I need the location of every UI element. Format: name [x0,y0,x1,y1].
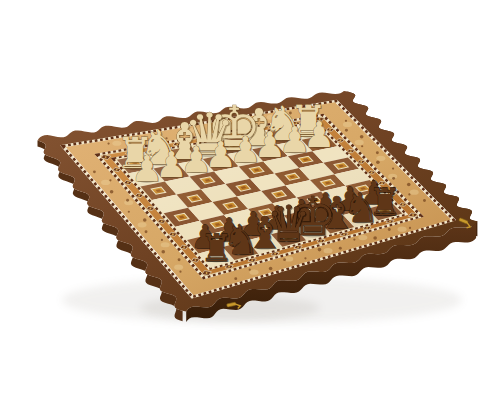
floral-inlay-mark [269,267,273,271]
floral-inlay-mark [388,228,391,231]
floral-inlay-mark [339,247,342,250]
svg-text:♜: ♜ [200,226,233,270]
floral-inlay-mark [93,170,96,173]
floral-inlay-mark [423,199,426,202]
burl-figure [161,242,170,247]
floral-inlay-mark [373,236,377,240]
diamond-motif-center [161,220,163,222]
floral-inlay-mark [392,168,394,170]
burl-figure [324,248,333,253]
floral-inlay-mark [161,250,165,254]
diamond-motif-center [412,214,414,216]
burl-figure [138,222,147,227]
burl-figure [398,227,407,232]
floral-inlay-mark [304,257,306,259]
floral-inlay-mark [126,199,129,202]
burl-figure [174,265,183,270]
diamond-motif-center [360,161,362,163]
burl-figure [358,235,367,240]
diamond-motif-center [183,246,185,248]
diamond-motif-center [350,150,352,152]
floral-inlay-mark [360,135,364,139]
floral-inlay-mark [143,218,147,222]
floral-inlay-mark [110,190,114,194]
burl-figure [376,156,385,161]
floral-inlay-mark [361,145,363,147]
diamond-motif-center [105,156,107,158]
diamond-motif-center [127,182,129,184]
diamond-motif-center [138,195,140,197]
floral-inlay-mark [128,211,130,213]
diamond-motif-center [150,208,152,210]
burl-figure [355,140,364,145]
floral-inlay-mark [179,271,181,273]
floral-inlay-mark [376,151,379,154]
piece-white-pawn-a2: ♟♟ [131,148,164,190]
floral-inlay-mark [178,258,181,261]
chess-set-photo: ♜♜♞♞♝♝♟♟♚♚♟♟♛♛♟♟♝♝♟♟♞♞♟♟♜♜♟♟♟♟♟♟♟♟♟♟♜♜♟♟… [0,0,500,400]
diamond-motif-center [340,139,342,141]
floral-inlay-mark [409,227,411,229]
floral-inlay-mark [234,277,237,280]
svg-text:♟: ♟ [131,148,163,189]
burl-figure [343,122,352,127]
diamond-motif-center [172,233,174,235]
burl-figure [250,270,259,275]
diamond-motif-center [194,259,196,261]
floral-inlay-mark [161,239,163,241]
floral-inlay-mark [107,143,109,145]
burl-figure [410,190,419,195]
piece-black-rook-a8: ♜♜ [200,226,235,271]
floral-inlay-mark [345,120,347,122]
floral-inlay-mark [408,193,410,195]
product-photo: ♜♜♞♞♝♝♟♟♚♚♟♟♛♛♟♟♝♝♟♟♞♞♟♟♜♜♟♟♟♟♟♟♟♟♟♟♜♜♟♟… [0,0,500,400]
diamond-motif-center [206,272,208,274]
floral-inlay-mark [376,161,380,165]
floral-inlay-mark [345,129,348,132]
burl-figure [101,180,110,185]
floral-inlay-mark [145,230,148,233]
floral-inlay-mark [109,179,111,181]
floral-inlay-mark [407,183,411,187]
floral-inlay-mark [249,269,251,271]
